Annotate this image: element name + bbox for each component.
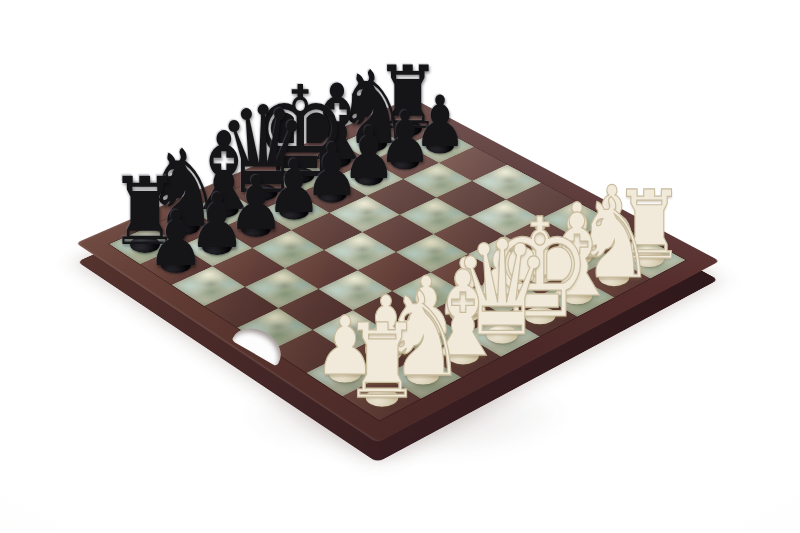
white-rook-glyph: ♜ <box>305 310 458 413</box>
product-photo-scene: ♜♞♝♛♚♝♞♜♟♟♟♟♟♟♟♟♟♟♟♟♟♟♟♟♜♞♝♛♚♝♞♜ <box>0 0 800 533</box>
pieces-layer: ♜♞♝♛♚♝♞♜♟♟♟♟♟♟♟♟♟♟♟♟♟♟♟♟♜♞♝♛♚♝♞♜ <box>0 0 800 533</box>
black-pawn-glyph: ♟ <box>106 201 247 277</box>
